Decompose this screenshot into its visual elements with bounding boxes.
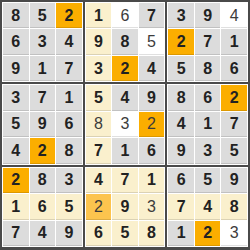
cell-r6c3[interactable]: 8: [56, 138, 82, 163]
cell-r5c3[interactable]: 6: [56, 112, 82, 137]
cell-r4c9[interactable]: 2: [221, 85, 247, 110]
cell-r7c4[interactable]: 4: [86, 168, 112, 193]
cell-r1c1[interactable]: 8: [3, 3, 29, 28]
cell-r4c5[interactable]: 4: [112, 85, 138, 110]
cell-r2c4[interactable]: 9: [86, 29, 112, 54]
cell-r2c5[interactable]: 8: [112, 29, 138, 54]
cell-r6c4[interactable]: 7: [86, 138, 112, 163]
cell-r3c7[interactable]: 5: [168, 56, 194, 81]
cell-r8c8[interactable]: 4: [195, 194, 221, 219]
cell-r5c1[interactable]: 5: [3, 112, 29, 137]
cell-r4c7[interactable]: 8: [168, 85, 194, 110]
cell-r4c4[interactable]: 5: [86, 85, 112, 110]
cell-r8c1[interactable]: 1: [3, 194, 29, 219]
cell-r9c5[interactable]: 5: [112, 221, 138, 246]
sudoku-box-7: 283165749: [2, 167, 83, 247]
cell-r6c1[interactable]: 4: [3, 138, 29, 163]
cell-r5c4[interactable]: 8: [86, 112, 112, 137]
cell-r9c9[interactable]: 3: [221, 221, 247, 246]
selected-cell-r8c4[interactable]: 2: [86, 194, 112, 219]
cell-r7c3[interactable]: 3: [56, 168, 82, 193]
cell-r2c1[interactable]: 6: [3, 29, 29, 54]
cell-r3c9[interactable]: 6: [221, 56, 247, 81]
cell-r6c9[interactable]: 5: [221, 138, 247, 163]
cell-r9c3[interactable]: 9: [56, 221, 82, 246]
sudoku-box-8: 471293658: [85, 167, 166, 247]
cell-r1c7[interactable]: 3: [168, 3, 194, 28]
cell-r3c2[interactable]: 1: [30, 56, 56, 81]
sudoku-box-1: 852634917: [2, 2, 83, 82]
cell-r5c9[interactable]: 7: [221, 112, 247, 137]
cell-r4c1[interactable]: 3: [3, 85, 29, 110]
cell-r2c9[interactable]: 1: [221, 29, 247, 54]
cell-r5c5[interactable]: 3: [112, 112, 138, 137]
cell-r4c2[interactable]: 7: [30, 85, 56, 110]
cell-r3c3[interactable]: 7: [56, 56, 82, 81]
cell-r1c6[interactable]: 7: [139, 3, 165, 28]
cell-r1c5[interactable]: 6: [112, 3, 138, 28]
cell-r5c8[interactable]: 1: [195, 112, 221, 137]
cell-r7c6[interactable]: 1: [139, 168, 165, 193]
sudoku-box-4: 371596428: [2, 84, 83, 164]
cell-r8c7[interactable]: 7: [168, 194, 194, 219]
cell-r8c5[interactable]: 9: [112, 194, 138, 219]
cell-r4c6[interactable]: 9: [139, 85, 165, 110]
cell-r6c7[interactable]: 9: [168, 138, 194, 163]
cell-r6c5[interactable]: 1: [112, 138, 138, 163]
cell-r7c7[interactable]: 6: [168, 168, 194, 193]
cell-r2c6[interactable]: 5: [139, 29, 165, 54]
sudoku-box-2: 167985324: [85, 2, 166, 82]
cell-r4c3[interactable]: 1: [56, 85, 82, 110]
cell-r5c2[interactable]: 9: [30, 112, 56, 137]
cell-r3c8[interactable]: 8: [195, 56, 221, 81]
cell-r7c1[interactable]: 2: [3, 168, 29, 193]
cell-r8c3[interactable]: 5: [56, 194, 82, 219]
sudoku-board: 8526349171679853243942715863715964285498…: [0, 0, 250, 250]
cell-r2c3[interactable]: 4: [56, 29, 82, 54]
cell-r7c5[interactable]: 7: [112, 168, 138, 193]
cell-r1c9[interactable]: 4: [221, 3, 247, 28]
cell-r8c2[interactable]: 6: [30, 194, 56, 219]
cell-r5c7[interactable]: 4: [168, 112, 194, 137]
sudoku-box-6: 862417935: [167, 84, 248, 164]
cell-r3c6[interactable]: 4: [139, 56, 165, 81]
cell-r1c8[interactable]: 9: [195, 3, 221, 28]
cell-r8c9[interactable]: 8: [221, 194, 247, 219]
cell-r9c8[interactable]: 2: [195, 221, 221, 246]
cell-r3c1[interactable]: 9: [3, 56, 29, 81]
cell-r9c2[interactable]: 4: [30, 221, 56, 246]
cell-r1c4[interactable]: 1: [86, 3, 112, 28]
cell-r1c3[interactable]: 2: [56, 3, 82, 28]
cell-r9c1[interactable]: 7: [3, 221, 29, 246]
cell-r9c7[interactable]: 1: [168, 221, 194, 246]
cell-r2c7[interactable]: 2: [168, 29, 194, 54]
cell-r4c8[interactable]: 6: [195, 85, 221, 110]
cell-r7c8[interactable]: 5: [195, 168, 221, 193]
cell-r3c4[interactable]: 3: [86, 56, 112, 81]
cell-r1c2[interactable]: 5: [30, 3, 56, 28]
cell-r8c6[interactable]: 3: [139, 194, 165, 219]
cell-r2c8[interactable]: 7: [195, 29, 221, 54]
cell-r6c2[interactable]: 2: [30, 138, 56, 163]
sudoku-box-5: 549832716: [85, 84, 166, 164]
cell-r7c2[interactable]: 8: [30, 168, 56, 193]
cell-r9c6[interactable]: 8: [139, 221, 165, 246]
cell-r6c6[interactable]: 6: [139, 138, 165, 163]
sudoku-box-9: 659748123: [167, 167, 248, 247]
cell-r2c2[interactable]: 3: [30, 29, 56, 54]
sudoku-box-3: 394271586: [167, 2, 248, 82]
cell-r6c8[interactable]: 3: [195, 138, 221, 163]
cell-r5c6[interactable]: 2: [139, 112, 165, 137]
cell-r9c4[interactable]: 6: [86, 221, 112, 246]
cell-r7c9[interactable]: 9: [221, 168, 247, 193]
cell-r3c5[interactable]: 2: [112, 56, 138, 81]
